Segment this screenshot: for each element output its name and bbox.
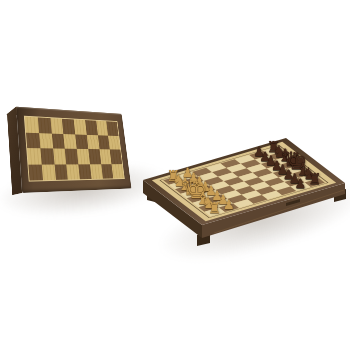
product-photo-scene: ♜♟♞♟♝♟♛♟♚♟♝♟♟♞♜♟♟♜♞♟♟♝♟♛♟♚♟♝♟♞♟♜	[0, 0, 350, 350]
